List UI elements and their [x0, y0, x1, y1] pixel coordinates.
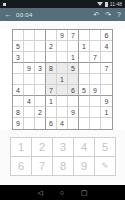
- numpad-button-6[interactable]: 6: [10, 156, 32, 176]
- cell-r8c3[interactable]: 2: [35, 107, 46, 118]
- cell-r5c4[interactable]: [46, 74, 57, 85]
- cell-r8c1[interactable]: 8: [13, 107, 24, 118]
- cell-r8c6[interactable]: 9: [68, 107, 79, 118]
- game-timer: 00:04: [16, 12, 33, 18]
- cell-r9c8[interactable]: [90, 118, 101, 129]
- numpad-button-9[interactable]: 9: [73, 156, 95, 176]
- cell-r5c1[interactable]: [13, 74, 24, 85]
- cell-r5c9[interactable]: [101, 74, 112, 85]
- cell-r9c1[interactable]: 9: [13, 118, 24, 129]
- cell-r7c5[interactable]: [57, 96, 68, 107]
- cell-r6c1[interactable]: 4: [13, 85, 24, 96]
- cell-r8c9[interactable]: 1: [101, 107, 112, 118]
- cell-r8c7[interactable]: [79, 107, 90, 118]
- status-left: [3, 0, 6, 8]
- cell-r4c3[interactable]: 3: [35, 63, 46, 74]
- cell-r2c8[interactable]: [90, 41, 101, 52]
- nav-recents-icon[interactable]: ▢: [81, 185, 88, 200]
- wifi-icon: [97, 2, 103, 6]
- nav-home-icon[interactable]: ○: [60, 185, 64, 200]
- cell-r3c5[interactable]: [57, 52, 68, 63]
- cell-r6c4[interactable]: 7: [46, 85, 57, 96]
- cell-r9c7[interactable]: [79, 118, 90, 129]
- cell-r2c6[interactable]: [68, 41, 79, 52]
- numpad-button-1[interactable]: 1: [10, 137, 32, 157]
- nav-back-icon[interactable]: ◁: [37, 185, 42, 200]
- notification-icon: [3, 3, 6, 6]
- cell-r7c7[interactable]: [79, 96, 90, 107]
- status-bar: 11:48: [0, 0, 125, 8]
- numpad-button-4[interactable]: 4: [73, 137, 95, 157]
- cell-r4c4[interactable]: 8: [46, 63, 57, 74]
- cell-r9c9[interactable]: [101, 118, 112, 129]
- cell-r1c7[interactable]: [79, 30, 90, 41]
- back-arrow-icon[interactable]: ←: [4, 10, 12, 19]
- cell-r1c8[interactable]: [90, 30, 101, 41]
- cell-r7c3[interactable]: [35, 96, 46, 107]
- cell-r7c1[interactable]: [13, 96, 24, 107]
- cell-r2c1[interactable]: 5: [13, 41, 24, 52]
- undo-icon[interactable]: ↶: [93, 11, 99, 19]
- cell-r8c5[interactable]: [57, 107, 68, 118]
- cell-r5c7[interactable]: [79, 74, 90, 85]
- cell-r1c9[interactable]: 6: [101, 30, 112, 41]
- app-toolbar: ← 00:04 ↶ ↷ ?: [0, 8, 125, 21]
- cell-r3c6[interactable]: 1: [68, 52, 79, 63]
- numpad-button-5[interactable]: 5: [94, 137, 116, 157]
- cell-r7c8[interactable]: [90, 96, 101, 107]
- cell-r4c1[interactable]: [13, 63, 24, 74]
- redo-icon[interactable]: ↷: [105, 11, 111, 19]
- numpad-button-8[interactable]: 8: [52, 156, 74, 176]
- cell-r7c4[interactable]: 1: [46, 96, 57, 107]
- cell-r4c5[interactable]: [57, 63, 68, 74]
- cell-r6c8[interactable]: 9: [90, 85, 101, 96]
- cell-r5c6[interactable]: [68, 74, 79, 85]
- cell-r6c2[interactable]: [24, 85, 35, 96]
- pencil-mode-button[interactable]: ✎: [94, 156, 116, 176]
- board-area: 9765214317938571476594198291964: [0, 29, 125, 130]
- cell-r9c4[interactable]: 6: [46, 118, 57, 129]
- cell-r9c3[interactable]: [35, 118, 46, 129]
- cell-r2c2[interactable]: [24, 41, 35, 52]
- cell-r4c6[interactable]: 5: [68, 63, 79, 74]
- cell-r2c9[interactable]: 4: [101, 41, 112, 52]
- cell-r3c1[interactable]: 3: [13, 52, 24, 63]
- cell-r2c7[interactable]: 1: [79, 41, 90, 52]
- numpad-button-3[interactable]: 3: [52, 137, 74, 157]
- android-nav-bar: ◁ ○ ▢: [0, 185, 125, 200]
- cell-r1c2[interactable]: [24, 30, 35, 41]
- cell-r2c4[interactable]: 2: [46, 41, 57, 52]
- sudoku-grid: 9765214317938571476594198291964: [12, 29, 113, 130]
- clock-text: 11:48: [110, 0, 122, 8]
- cell-r9c6[interactable]: [68, 118, 79, 129]
- cell-r6c9[interactable]: [101, 85, 112, 96]
- cell-r4c9[interactable]: 7: [101, 63, 112, 74]
- cell-r1c5[interactable]: 9: [57, 30, 68, 41]
- status-right: 11:48: [97, 0, 122, 8]
- cell-r7c2[interactable]: 4: [24, 96, 35, 107]
- cell-r4c2[interactable]: 9: [24, 63, 35, 74]
- cell-r6c6[interactable]: 6: [68, 85, 79, 96]
- cell-r5c2[interactable]: [24, 74, 35, 85]
- cell-r5c8[interactable]: [90, 74, 101, 85]
- cell-r7c9[interactable]: 9: [101, 96, 112, 107]
- cell-r3c7[interactable]: [79, 52, 90, 63]
- cell-r3c2[interactable]: [24, 52, 35, 63]
- cell-r2c3[interactable]: [35, 41, 46, 52]
- cell-r9c5[interactable]: 4: [57, 118, 68, 129]
- cell-r3c8[interactable]: 7: [90, 52, 101, 63]
- cell-r4c7[interactable]: [79, 63, 90, 74]
- cell-r5c3[interactable]: [35, 74, 46, 85]
- cell-r1c1[interactable]: [13, 30, 24, 41]
- cell-r8c2[interactable]: [24, 107, 35, 118]
- cell-r9c2[interactable]: [24, 118, 35, 129]
- cell-r3c4[interactable]: [46, 52, 57, 63]
- cell-r6c7[interactable]: 5: [79, 85, 90, 96]
- cell-r3c3[interactable]: [35, 52, 46, 63]
- cell-r6c3[interactable]: [35, 85, 46, 96]
- numpad-button-2[interactable]: 2: [31, 137, 53, 157]
- cell-r6c5[interactable]: [57, 85, 68, 96]
- cell-r1c3[interactable]: [35, 30, 46, 41]
- cell-r1c4[interactable]: [46, 30, 57, 41]
- cell-r8c8[interactable]: [90, 107, 101, 118]
- number-pad: 123456789✎: [10, 137, 115, 175]
- cell-r8c4[interactable]: [46, 107, 57, 118]
- cell-r7c6[interactable]: [68, 96, 79, 107]
- cell-r4c8[interactable]: [90, 63, 101, 74]
- numpad-button-7[interactable]: 7: [31, 156, 53, 176]
- cell-r2c5[interactable]: [57, 41, 68, 52]
- cell-r1c6[interactable]: 7: [68, 30, 79, 41]
- cell-r5c5[interactable]: 1: [57, 74, 68, 85]
- cell-r3c9[interactable]: [101, 52, 112, 63]
- battery-icon: [105, 2, 108, 7]
- help-icon[interactable]: ?: [117, 11, 121, 18]
